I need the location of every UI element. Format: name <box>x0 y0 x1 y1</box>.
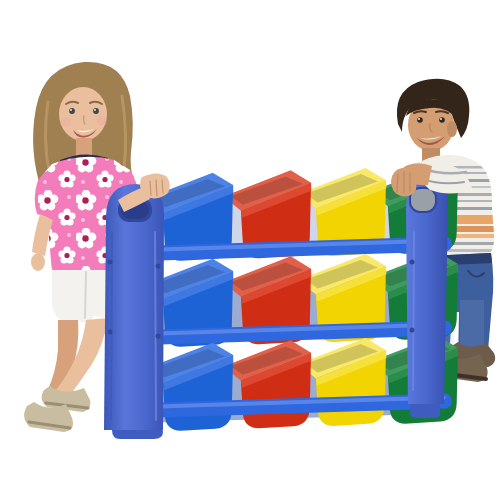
shorts-seam <box>85 272 86 318</box>
scene-canvas <box>0 0 500 500</box>
boy-eye <box>439 117 445 123</box>
panel-ridge <box>155 232 156 420</box>
eye-glint <box>94 109 96 111</box>
panel-screw <box>410 328 415 333</box>
organizer-right-panel <box>406 176 448 418</box>
panel-screw <box>156 264 161 269</box>
girl-eye <box>69 108 75 114</box>
organizer-left-panel <box>104 184 164 439</box>
girl-neck <box>76 138 92 156</box>
boy-eye <box>417 117 423 123</box>
girl-cheek <box>97 116 107 126</box>
panel-screw <box>410 260 415 265</box>
panel-screw <box>108 330 113 335</box>
panel-screw <box>156 334 161 339</box>
girl-eye <box>93 108 99 114</box>
eye-glint <box>418 118 420 120</box>
eye-glint <box>70 109 72 111</box>
panel-ridge <box>413 232 414 390</box>
girl-cheek <box>61 117 71 127</box>
girl-left-hand <box>31 253 45 271</box>
boy-ear <box>447 121 457 137</box>
girl-face <box>59 87 107 141</box>
eye-glint <box>440 118 442 120</box>
panel-screw <box>108 260 113 265</box>
product-photo <box>0 0 500 500</box>
jeans-wash <box>460 300 484 352</box>
